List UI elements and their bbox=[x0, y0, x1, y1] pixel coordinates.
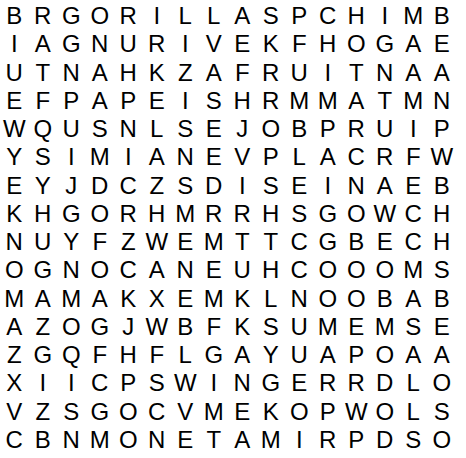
grid-cell[interactable]: E bbox=[200, 115, 229, 143]
grid-cell[interactable]: U bbox=[57, 115, 86, 143]
grid-cell[interactable]: M bbox=[86, 426, 115, 454]
grid-cell[interactable]: B bbox=[171, 313, 200, 341]
grid-cell[interactable]: A bbox=[200, 59, 229, 87]
grid-cell[interactable]: J bbox=[57, 172, 86, 200]
grid-cell[interactable]: R bbox=[342, 115, 371, 143]
grid-cell[interactable]: E bbox=[428, 30, 457, 58]
grid-cell[interactable]: S bbox=[143, 369, 172, 397]
grid-cell[interactable]: E bbox=[200, 256, 229, 284]
grid-cell[interactable]: Y bbox=[57, 228, 86, 256]
grid-cell[interactable]: R bbox=[29, 2, 58, 30]
grid-cell[interactable]: I bbox=[0, 30, 29, 58]
grid-cell[interactable]: A bbox=[0, 313, 29, 341]
grid-cell[interactable]: V bbox=[171, 398, 200, 426]
grid-cell[interactable]: E bbox=[171, 285, 200, 313]
grid-cell[interactable]: G bbox=[57, 2, 86, 30]
grid-cell[interactable]: E bbox=[0, 172, 29, 200]
grid-cell[interactable]: M bbox=[371, 313, 400, 341]
grid-cell[interactable]: H bbox=[314, 30, 343, 58]
grid-cell[interactable]: S bbox=[171, 172, 200, 200]
grid-cell[interactable]: F bbox=[143, 341, 172, 369]
grid-cell[interactable]: C bbox=[114, 172, 143, 200]
grid-cell[interactable]: N bbox=[171, 256, 200, 284]
grid-cell[interactable]: F bbox=[285, 30, 314, 58]
grid-cell[interactable]: S bbox=[257, 172, 286, 200]
grid-cell[interactable]: H bbox=[342, 2, 371, 30]
grid-cell[interactable]: H bbox=[428, 228, 457, 256]
grid-cell[interactable]: I bbox=[228, 172, 257, 200]
grid-cell[interactable]: O bbox=[428, 369, 457, 397]
grid-cell[interactable]: W bbox=[143, 313, 172, 341]
grid-cell[interactable]: O bbox=[0, 256, 29, 284]
grid-cell[interactable]: P bbox=[114, 369, 143, 397]
grid-cell[interactable]: T bbox=[257, 228, 286, 256]
grid-cell[interactable]: M bbox=[57, 285, 86, 313]
grid-cell[interactable]: W bbox=[371, 200, 400, 228]
grid-cell[interactable]: M bbox=[200, 285, 229, 313]
grid-cell[interactable]: I bbox=[314, 59, 343, 87]
grid-cell[interactable]: O bbox=[257, 115, 286, 143]
grid-cell[interactable]: H bbox=[114, 59, 143, 87]
grid-cell[interactable]: Z bbox=[171, 59, 200, 87]
grid-cell[interactable]: O bbox=[314, 285, 343, 313]
grid-cell[interactable]: W bbox=[143, 228, 172, 256]
grid-cell[interactable]: C bbox=[0, 426, 29, 454]
grid-cell[interactable]: F bbox=[399, 143, 428, 171]
grid-cell[interactable]: O bbox=[114, 398, 143, 426]
grid-cell[interactable]: I bbox=[57, 143, 86, 171]
grid-cell[interactable]: T bbox=[371, 87, 400, 115]
grid-cell[interactable]: O bbox=[114, 426, 143, 454]
grid-cell[interactable]: N bbox=[171, 143, 200, 171]
grid-cell[interactable]: I bbox=[29, 369, 58, 397]
grid-cell[interactable]: S bbox=[29, 143, 58, 171]
grid-cell[interactable]: N bbox=[143, 426, 172, 454]
grid-cell[interactable]: O bbox=[86, 256, 115, 284]
grid-cell[interactable]: W bbox=[342, 398, 371, 426]
grid-cell[interactable]: M bbox=[314, 87, 343, 115]
grid-cell[interactable]: M bbox=[200, 398, 229, 426]
grid-cell[interactable]: C bbox=[399, 228, 428, 256]
grid-cell[interactable]: U bbox=[228, 256, 257, 284]
grid-cell[interactable]: H bbox=[257, 200, 286, 228]
grid-cell[interactable]: F bbox=[29, 87, 58, 115]
grid-cell[interactable]: X bbox=[0, 369, 29, 397]
grid-cell[interactable]: F bbox=[86, 228, 115, 256]
grid-cell[interactable]: O bbox=[57, 313, 86, 341]
grid-cell[interactable]: K bbox=[0, 200, 29, 228]
grid-cell[interactable]: P bbox=[314, 115, 343, 143]
grid-cell[interactable]: C bbox=[314, 2, 343, 30]
grid-cell[interactable]: A bbox=[314, 143, 343, 171]
grid-cell[interactable]: H bbox=[228, 87, 257, 115]
grid-cell[interactable]: S bbox=[285, 200, 314, 228]
grid-cell[interactable]: A bbox=[29, 30, 58, 58]
grid-cell[interactable]: E bbox=[0, 87, 29, 115]
grid-cell[interactable]: T bbox=[228, 228, 257, 256]
grid-cell[interactable]: I bbox=[171, 30, 200, 58]
grid-cell[interactable]: R bbox=[114, 2, 143, 30]
grid-cell[interactable]: C bbox=[143, 398, 172, 426]
grid-cell[interactable]: S bbox=[200, 87, 229, 115]
grid-cell[interactable]: R bbox=[257, 59, 286, 87]
grid-cell[interactable]: D bbox=[371, 426, 400, 454]
grid-cell[interactable]: E bbox=[399, 172, 428, 200]
grid-cell[interactable]: O bbox=[342, 30, 371, 58]
grid-cell[interactable]: J bbox=[114, 313, 143, 341]
grid-cell[interactable]: F bbox=[200, 313, 229, 341]
grid-cell[interactable]: G bbox=[314, 228, 343, 256]
grid-cell[interactable]: Y bbox=[257, 341, 286, 369]
grid-cell[interactable]: S bbox=[86, 115, 115, 143]
grid-cell[interactable]: O bbox=[86, 2, 115, 30]
grid-cell[interactable]: L bbox=[257, 285, 286, 313]
grid-cell[interactable]: Z bbox=[0, 341, 29, 369]
grid-cell[interactable]: A bbox=[399, 285, 428, 313]
grid-cell[interactable]: E bbox=[228, 398, 257, 426]
grid-cell[interactable]: P bbox=[257, 143, 286, 171]
grid-cell[interactable]: Q bbox=[57, 341, 86, 369]
grid-cell[interactable]: V bbox=[0, 398, 29, 426]
grid-cell[interactable]: Y bbox=[0, 143, 29, 171]
grid-cell[interactable]: P bbox=[314, 398, 343, 426]
grid-cell[interactable]: N bbox=[371, 59, 400, 87]
grid-cell[interactable]: L bbox=[200, 2, 229, 30]
grid-cell[interactable]: O bbox=[342, 256, 371, 284]
grid-cell[interactable]: L bbox=[143, 115, 172, 143]
grid-cell[interactable]: U bbox=[114, 30, 143, 58]
grid-cell[interactable]: R bbox=[342, 369, 371, 397]
grid-cell[interactable]: U bbox=[371, 115, 400, 143]
grid-cell[interactable]: G bbox=[314, 200, 343, 228]
grid-cell[interactable]: G bbox=[371, 30, 400, 58]
grid-cell[interactable]: D bbox=[200, 172, 229, 200]
grid-cell[interactable]: A bbox=[143, 143, 172, 171]
grid-cell[interactable]: E bbox=[200, 143, 229, 171]
grid-cell[interactable]: M bbox=[314, 313, 343, 341]
grid-cell[interactable]: N bbox=[0, 228, 29, 256]
grid-cell[interactable]: Y bbox=[29, 172, 58, 200]
grid-cell[interactable]: A bbox=[86, 59, 115, 87]
grid-cell[interactable]: X bbox=[143, 285, 172, 313]
grid-cell[interactable]: G bbox=[86, 398, 115, 426]
grid-cell[interactable]: O bbox=[371, 398, 400, 426]
grid-cell[interactable]: P bbox=[342, 341, 371, 369]
grid-cell[interactable]: E bbox=[342, 313, 371, 341]
grid-cell[interactable]: N bbox=[342, 172, 371, 200]
grid-cell[interactable]: L bbox=[285, 143, 314, 171]
grid-cell[interactable]: D bbox=[86, 172, 115, 200]
grid-cell[interactable]: I bbox=[314, 172, 343, 200]
grid-cell[interactable]: G bbox=[86, 313, 115, 341]
grid-cell[interactable]: G bbox=[57, 200, 86, 228]
grid-cell[interactable]: M bbox=[0, 285, 29, 313]
grid-cell[interactable]: E bbox=[143, 87, 172, 115]
grid-cell[interactable]: A bbox=[428, 341, 457, 369]
grid-cell[interactable]: B bbox=[428, 285, 457, 313]
grid-cell[interactable]: S bbox=[399, 426, 428, 454]
grid-cell[interactable]: H bbox=[143, 200, 172, 228]
grid-cell[interactable]: M bbox=[257, 426, 286, 454]
grid-cell[interactable]: E bbox=[171, 228, 200, 256]
grid-cell[interactable]: L bbox=[171, 2, 200, 30]
grid-cell[interactable]: R bbox=[371, 143, 400, 171]
grid-cell[interactable]: R bbox=[143, 30, 172, 58]
grid-cell[interactable]: O bbox=[314, 256, 343, 284]
grid-cell[interactable]: U bbox=[285, 59, 314, 87]
grid-cell[interactable]: O bbox=[342, 200, 371, 228]
grid-cell[interactable]: K bbox=[228, 285, 257, 313]
grid-cell[interactable]: B bbox=[29, 426, 58, 454]
grid-cell[interactable]: B bbox=[0, 2, 29, 30]
grid-cell[interactable]: T bbox=[342, 59, 371, 87]
grid-cell[interactable]: W bbox=[0, 115, 29, 143]
grid-cell[interactable]: M bbox=[399, 2, 428, 30]
grid-cell[interactable]: O bbox=[285, 398, 314, 426]
grid-cell[interactable]: G bbox=[29, 341, 58, 369]
grid-cell[interactable]: G bbox=[57, 30, 86, 58]
grid-cell[interactable]: B bbox=[342, 228, 371, 256]
grid-cell[interactable]: G bbox=[200, 341, 229, 369]
grid-cell[interactable]: M bbox=[200, 228, 229, 256]
grid-cell[interactable]: U bbox=[285, 313, 314, 341]
grid-cell[interactable]: R bbox=[314, 426, 343, 454]
grid-cell[interactable]: M bbox=[285, 87, 314, 115]
grid-cell[interactable]: S bbox=[257, 313, 286, 341]
grid-cell[interactable]: S bbox=[428, 256, 457, 284]
grid-cell[interactable]: M bbox=[399, 256, 428, 284]
grid-cell[interactable]: F bbox=[86, 341, 115, 369]
grid-cell[interactable]: R bbox=[200, 200, 229, 228]
grid-cell[interactable]: I bbox=[399, 115, 428, 143]
grid-cell[interactable]: E bbox=[285, 172, 314, 200]
grid-cell[interactable]: C bbox=[399, 200, 428, 228]
grid-cell[interactable]: I bbox=[285, 426, 314, 454]
grid-cell[interactable]: V bbox=[228, 143, 257, 171]
grid-cell[interactable]: A bbox=[399, 59, 428, 87]
grid-cell[interactable]: A bbox=[428, 59, 457, 87]
grid-cell[interactable]: A bbox=[29, 285, 58, 313]
grid-cell[interactable]: N bbox=[57, 426, 86, 454]
grid-cell[interactable]: A bbox=[86, 87, 115, 115]
grid-cell[interactable]: F bbox=[228, 59, 257, 87]
grid-cell[interactable]: W bbox=[428, 143, 457, 171]
grid-cell[interactable]: L bbox=[171, 341, 200, 369]
grid-cell[interactable]: P bbox=[57, 87, 86, 115]
grid-cell[interactable]: C bbox=[86, 369, 115, 397]
grid-cell[interactable]: E bbox=[285, 369, 314, 397]
grid-cell[interactable]: S bbox=[57, 398, 86, 426]
grid-cell[interactable]: K bbox=[228, 313, 257, 341]
grid-cell[interactable]: M bbox=[86, 143, 115, 171]
grid-cell[interactable]: A bbox=[342, 87, 371, 115]
grid-cell[interactable]: H bbox=[114, 341, 143, 369]
grid-cell[interactable]: W bbox=[171, 369, 200, 397]
grid-cell[interactable]: I bbox=[371, 2, 400, 30]
grid-cell[interactable]: Q bbox=[29, 115, 58, 143]
grid-cell[interactable]: M bbox=[171, 200, 200, 228]
grid-cell[interactable]: R bbox=[257, 87, 286, 115]
grid-cell[interactable]: R bbox=[228, 200, 257, 228]
grid-cell[interactable]: E bbox=[171, 426, 200, 454]
grid-cell[interactable]: R bbox=[314, 369, 343, 397]
grid-cell[interactable]: S bbox=[399, 313, 428, 341]
grid-cell[interactable]: L bbox=[399, 369, 428, 397]
grid-cell[interactable]: K bbox=[257, 30, 286, 58]
grid-cell[interactable]: E bbox=[228, 30, 257, 58]
grid-cell[interactable]: A bbox=[228, 426, 257, 454]
grid-cell[interactable]: N bbox=[114, 115, 143, 143]
grid-cell[interactable]: A bbox=[371, 172, 400, 200]
grid-cell[interactable]: P bbox=[428, 115, 457, 143]
grid-cell[interactable]: O bbox=[371, 341, 400, 369]
grid-cell[interactable]: C bbox=[285, 228, 314, 256]
grid-cell[interactable]: O bbox=[428, 426, 457, 454]
grid-cell[interactable]: C bbox=[114, 256, 143, 284]
grid-cell[interactable]: J bbox=[228, 115, 257, 143]
grid-cell[interactable]: A bbox=[228, 341, 257, 369]
grid-cell[interactable]: S bbox=[171, 115, 200, 143]
grid-cell[interactable]: G bbox=[257, 369, 286, 397]
grid-cell[interactable]: N bbox=[57, 59, 86, 87]
grid-cell[interactable]: A bbox=[399, 30, 428, 58]
grid-cell[interactable]: H bbox=[257, 256, 286, 284]
grid-cell[interactable]: N bbox=[57, 256, 86, 284]
grid-cell[interactable]: H bbox=[428, 200, 457, 228]
grid-cell[interactable]: A bbox=[314, 341, 343, 369]
word-search-grid: BRGORILLASPCHIMBIAGNURIVEKFHOGAEUTNAHKZA… bbox=[0, 0, 466, 458]
grid-cell[interactable]: C bbox=[285, 256, 314, 284]
grid-cell[interactable]: I bbox=[143, 2, 172, 30]
grid-cell[interactable]: U bbox=[285, 341, 314, 369]
grid-cell[interactable]: A bbox=[143, 256, 172, 284]
grid-cell[interactable]: E bbox=[428, 313, 457, 341]
grid-cell[interactable]: R bbox=[114, 200, 143, 228]
grid-cell[interactable]: N bbox=[228, 369, 257, 397]
grid-cell[interactable]: N bbox=[285, 285, 314, 313]
grid-cell[interactable]: Z bbox=[29, 313, 58, 341]
grid-cell[interactable]: B bbox=[285, 115, 314, 143]
grid-cell[interactable]: I bbox=[114, 143, 143, 171]
grid-cell[interactable]: B bbox=[428, 2, 457, 30]
grid-cell[interactable]: M bbox=[399, 87, 428, 115]
grid-cell[interactable]: I bbox=[200, 369, 229, 397]
grid-cell[interactable]: O bbox=[371, 256, 400, 284]
grid-cell[interactable]: L bbox=[399, 398, 428, 426]
grid-cell[interactable]: Z bbox=[143, 172, 172, 200]
grid-cell[interactable]: U bbox=[0, 59, 29, 87]
grid-cell[interactable]: K bbox=[257, 398, 286, 426]
grid-cell[interactable]: I bbox=[57, 369, 86, 397]
grid-cell[interactable]: S bbox=[428, 398, 457, 426]
grid-cell[interactable]: T bbox=[29, 59, 58, 87]
grid-cell[interactable]: K bbox=[143, 59, 172, 87]
grid-cell[interactable]: T bbox=[200, 426, 229, 454]
grid-cell[interactable]: Z bbox=[114, 228, 143, 256]
grid-cell[interactable]: H bbox=[29, 200, 58, 228]
grid-cell[interactable]: B bbox=[371, 285, 400, 313]
grid-cell[interactable]: B bbox=[428, 172, 457, 200]
grid-cell[interactable]: V bbox=[200, 30, 229, 58]
grid-cell[interactable]: S bbox=[257, 2, 286, 30]
grid-cell[interactable]: G bbox=[29, 256, 58, 284]
grid-cell[interactable]: K bbox=[114, 285, 143, 313]
grid-cell[interactable]: O bbox=[342, 285, 371, 313]
grid-cell[interactable]: U bbox=[29, 228, 58, 256]
grid-cell[interactable]: P bbox=[342, 426, 371, 454]
grid-cell[interactable]: D bbox=[371, 369, 400, 397]
grid-cell[interactable]: E bbox=[371, 228, 400, 256]
grid-cell[interactable]: I bbox=[171, 87, 200, 115]
grid-cell[interactable]: A bbox=[399, 341, 428, 369]
grid-cell[interactable]: A bbox=[86, 285, 115, 313]
grid-cell[interactable]: N bbox=[428, 87, 457, 115]
grid-cell[interactable]: N bbox=[86, 30, 115, 58]
grid-cell[interactable]: P bbox=[285, 2, 314, 30]
grid-cell[interactable]: Z bbox=[29, 398, 58, 426]
grid-cell[interactable]: C bbox=[342, 143, 371, 171]
grid-cell[interactable]: A bbox=[228, 2, 257, 30]
grid-cell[interactable]: P bbox=[114, 87, 143, 115]
grid-cell[interactable]: O bbox=[86, 200, 115, 228]
